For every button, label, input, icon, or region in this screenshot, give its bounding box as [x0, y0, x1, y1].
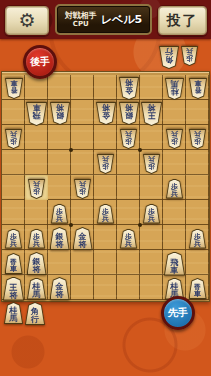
piece-sente-bishop-hand[interactable]: 角行 [25, 302, 45, 325]
piece-kanji: 兵 [33, 241, 40, 248]
piece-sente-lance-1i[interactable]: 香車 [189, 278, 207, 299]
piece-sente-pawn-9g[interactable]: 歩兵 [5, 229, 22, 249]
piece-gote-pawn-5d[interactable]: 歩兵 [97, 154, 114, 174]
piece-gote-pawn-6e[interactable]: 歩兵 [74, 179, 91, 199]
piece-gote-pawn-4c[interactable]: 歩兵 [120, 129, 137, 149]
star-point [138, 148, 142, 152]
piece-kanji: 兵 [33, 180, 40, 187]
piece-kanji: 車 [10, 79, 17, 86]
piece-kanji: 兵 [79, 180, 86, 187]
piece-kanji: 車 [194, 79, 201, 86]
piece-kanji: 兵 [148, 155, 155, 162]
piece-kanji: 車 [171, 267, 179, 275]
piece-sente-silver-8h[interactable]: 銀将 [27, 252, 47, 275]
piece-kanji: 馬 [10, 315, 18, 323]
piece-sente-gold-6g[interactable]: 金将 [73, 227, 93, 250]
piece-sente-knight-8i[interactable]: 桂馬 [27, 278, 46, 300]
piece-kanji: 香 [10, 86, 17, 93]
piece-kanji: 兵 [56, 216, 63, 223]
piece-sente-silver-7g[interactable]: 銀将 [50, 227, 70, 250]
piece-kanji: 兵 [10, 130, 17, 137]
piece-kanji: 将 [125, 103, 133, 111]
star-point [138, 223, 142, 227]
opponent-level-panel: 対戦相手 CPU レベル5 [55, 4, 152, 35]
piece-kanji: 行 [165, 47, 173, 55]
sente-captured-tray: 桂馬角行 [4, 302, 45, 325]
piece-sente-pawn-3f[interactable]: 歩兵 [143, 204, 160, 224]
piece-kanji: 兵 [125, 241, 132, 248]
piece-kanji: 兵 [171, 191, 178, 198]
piece-sente-king-9i[interactable]: 王将 [3, 277, 24, 301]
gote-captured-tray: 角行歩兵 [159, 46, 198, 69]
piece-kanji: 金 [125, 86, 133, 94]
piece-gote-silver-7b[interactable]: 銀将 [50, 102, 70, 125]
opponent-label: 対戦相手 [65, 12, 97, 20]
piece-gote-lance-1a[interactable]: 香車 [189, 78, 207, 99]
piece-gote-gold-4a[interactable]: 金将 [119, 77, 139, 100]
piece-gote-lance-9a[interactable]: 香車 [5, 78, 23, 99]
resign-button[interactable]: 投了 [157, 5, 208, 36]
piece-kanji: 兵 [194, 241, 201, 248]
piece-kanji: 車 [194, 291, 201, 298]
piece-sente-rook-2h[interactable]: 飛車 [164, 252, 185, 276]
piece-kanji: 将 [148, 103, 156, 111]
settings-button[interactable]: ⚙ [4, 5, 50, 36]
piece-sente-lance-9h[interactable]: 香車 [5, 253, 23, 274]
top-bar: ⚙ 対戦相手 CPU レベル5 投了 [0, 0, 211, 39]
piece-kanji: 兵 [10, 241, 17, 248]
piece-kanji: 兵 [102, 216, 109, 223]
piece-gote-silver-4b[interactable]: 銀将 [119, 102, 139, 125]
piece-kanji: 兵 [148, 216, 155, 223]
piece-gote-rook-8b[interactable]: 飛車 [26, 102, 47, 126]
piece-kanji: 将 [56, 103, 64, 111]
sente-player-badge: 先手 [161, 296, 195, 330]
level-label: レベル5 [101, 12, 142, 27]
piece-kanji: 将 [125, 78, 133, 86]
gear-icon: ⚙ [18, 11, 35, 30]
piece-gote-pawn-8e[interactable]: 歩兵 [28, 179, 45, 199]
piece-kanji: 角 [165, 55, 173, 63]
piece-gote-king-3b[interactable]: 王将 [141, 102, 162, 126]
piece-kanji: 将 [33, 266, 41, 274]
piece-kanji: 兵 [171, 130, 178, 137]
shogi-board: 香車金将桂馬香車飛車銀将金将銀将王将歩兵歩兵歩兵歩兵歩兵歩兵歩兵歩兵歩兵歩兵歩兵… [1, 71, 210, 302]
piece-gote-pawn-9c[interactable]: 歩兵 [5, 129, 22, 149]
piece-gote-bishop-hand[interactable]: 角行 [159, 46, 179, 69]
piece-kanji: 将 [79, 241, 87, 249]
board-grid[interactable]: 香車金将桂馬香車飛車銀将金将銀将王将歩兵歩兵歩兵歩兵歩兵歩兵歩兵歩兵歩兵歩兵歩兵… [2, 75, 209, 300]
star-point [69, 148, 73, 152]
piece-kanji: 兵 [102, 155, 109, 162]
piece-sente-pawn-8g[interactable]: 歩兵 [28, 229, 45, 249]
piece-kanji: 将 [56, 291, 64, 299]
piece-kanji: 銀 [56, 111, 64, 119]
piece-kanji: 銀 [125, 111, 133, 119]
piece-kanji: 将 [56, 241, 64, 249]
opponent-label-block: 対戦相手 CPU [65, 12, 97, 28]
piece-gote-gold-5b[interactable]: 金将 [96, 102, 116, 125]
gote-player-badge: 後手 [23, 45, 57, 79]
piece-kanji: 兵 [194, 130, 201, 137]
piece-kanji: 将 [10, 292, 18, 300]
piece-kanji: 車 [33, 103, 41, 111]
piece-gote-pawn-3d[interactable]: 歩兵 [143, 154, 160, 174]
piece-sente-pawn-7f[interactable]: 歩兵 [51, 204, 68, 224]
piece-sente-gold-7i[interactable]: 金将 [50, 277, 70, 300]
piece-sente-pawn-4g[interactable]: 歩兵 [120, 229, 137, 249]
piece-sente-pawn-1g[interactable]: 歩兵 [189, 229, 206, 249]
piece-sente-knight-hand[interactable]: 桂馬 [4, 302, 23, 324]
piece-gote-pawn-hand[interactable]: 歩兵 [181, 46, 198, 66]
piece-kanji: 香 [194, 86, 201, 93]
piece-gote-knight-2a[interactable]: 桂馬 [165, 78, 184, 100]
piece-sente-pawn-2e[interactable]: 歩兵 [166, 179, 183, 199]
piece-kanji: 行 [31, 316, 39, 324]
piece-kanji: 馬 [33, 291, 41, 299]
piece-sente-pawn-5f[interactable]: 歩兵 [97, 204, 114, 224]
piece-kanji: 兵 [125, 130, 132, 137]
piece-kanji: 金 [102, 111, 110, 119]
piece-gote-pawn-2c[interactable]: 歩兵 [166, 129, 183, 149]
piece-kanji: 兵 [186, 47, 193, 54]
opponent-sublabel: CPU [73, 21, 89, 28]
piece-kanji: 将 [102, 103, 110, 111]
piece-gote-pawn-1c[interactable]: 歩兵 [189, 129, 206, 149]
piece-kanji: 車 [10, 266, 17, 273]
piece-kanji: 馬 [171, 79, 179, 87]
